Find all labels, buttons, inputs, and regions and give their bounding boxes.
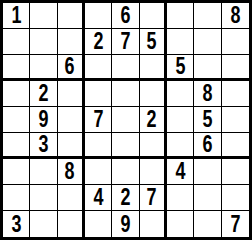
- cell-r8c1[interactable]: [3, 185, 30, 211]
- cell-r2c3[interactable]: [58, 29, 85, 55]
- cell-r2c2[interactable]: [30, 29, 57, 55]
- cell-r4c4[interactable]: [85, 81, 112, 107]
- cell-r8c8[interactable]: [194, 185, 221, 211]
- cell-r5c2[interactable]: 9: [30, 107, 57, 133]
- cell-r4c8[interactable]: 8: [194, 81, 221, 107]
- cell-r3c5[interactable]: [112, 55, 139, 81]
- given-digit: 5: [175, 55, 185, 78]
- cell-r8c6[interactable]: 7: [140, 185, 167, 211]
- given-digit: 3: [39, 133, 49, 156]
- cell-r1c8[interactable]: [194, 3, 221, 29]
- cell-r8c5[interactable]: 2: [112, 185, 139, 211]
- given-digit: 9: [39, 108, 49, 131]
- cell-r6c2[interactable]: 3: [30, 133, 57, 159]
- cell-r5c4[interactable]: 7: [85, 107, 112, 133]
- cell-r7c1[interactable]: [3, 159, 30, 185]
- cell-r9c4[interactable]: [85, 211, 112, 237]
- cell-r7c8[interactable]: [194, 159, 221, 185]
- cell-r7c7[interactable]: 4: [167, 159, 194, 185]
- given-digit: 7: [147, 186, 157, 209]
- cell-r9c7[interactable]: [167, 211, 194, 237]
- given-digit: 8: [230, 4, 240, 27]
- cell-r3c7[interactable]: 5: [167, 55, 194, 81]
- cell-r9c3[interactable]: [58, 211, 85, 237]
- cell-r4c2[interactable]: 2: [30, 81, 57, 107]
- cell-r8c7[interactable]: [167, 185, 194, 211]
- cell-r5c7[interactable]: [167, 107, 194, 133]
- given-digit: 7: [93, 108, 103, 131]
- cell-r2c9[interactable]: [222, 29, 249, 55]
- cell-r3c3[interactable]: 6: [58, 55, 85, 81]
- cell-r1c6[interactable]: [140, 3, 167, 29]
- given-digit: 6: [65, 55, 75, 78]
- cell-r7c5[interactable]: [112, 159, 139, 185]
- cell-r5c9[interactable]: [222, 107, 249, 133]
- cell-r6c4[interactable]: [85, 133, 112, 159]
- cell-r3c4[interactable]: [85, 55, 112, 81]
- cell-r9c8[interactable]: [194, 211, 221, 237]
- given-digit: 8: [203, 82, 213, 105]
- cell-r8c3[interactable]: [58, 185, 85, 211]
- cell-r9c9[interactable]: 7: [222, 211, 249, 237]
- cell-r1c3[interactable]: [58, 3, 85, 29]
- cell-r7c9[interactable]: [222, 159, 249, 185]
- cell-r4c1[interactable]: [3, 81, 30, 107]
- cell-r2c4[interactable]: 2: [85, 29, 112, 55]
- given-digit: 2: [147, 108, 157, 131]
- cell-r2c5[interactable]: 7: [112, 29, 139, 55]
- cell-r3c2[interactable]: [30, 55, 57, 81]
- given-digit: 3: [11, 213, 21, 236]
- cell-r6c9[interactable]: [222, 133, 249, 159]
- cell-r1c5[interactable]: 6: [112, 3, 139, 29]
- cell-r3c8[interactable]: [194, 55, 221, 81]
- cell-r1c2[interactable]: [30, 3, 57, 29]
- given-digit: 2: [93, 30, 103, 53]
- cell-r6c1[interactable]: [3, 133, 30, 159]
- given-digit: 5: [203, 108, 213, 131]
- given-digit: 7: [230, 213, 240, 236]
- cell-r6c5[interactable]: [112, 133, 139, 159]
- cell-r5c1[interactable]: [3, 107, 30, 133]
- cell-r4c9[interactable]: [222, 81, 249, 107]
- cell-r4c6[interactable]: [140, 81, 167, 107]
- cell-r7c4[interactable]: [85, 159, 112, 185]
- cell-r1c4[interactable]: [85, 3, 112, 29]
- given-digit: 7: [121, 30, 131, 53]
- sudoku-board: 168275652897253684427397: [0, 0, 252, 240]
- cell-r3c6[interactable]: [140, 55, 167, 81]
- cell-r2c6[interactable]: 5: [140, 29, 167, 55]
- cell-r3c9[interactable]: [222, 55, 249, 81]
- given-digit: 6: [121, 4, 131, 27]
- cell-r1c9[interactable]: 8: [222, 3, 249, 29]
- cell-r1c1[interactable]: 1: [3, 3, 30, 29]
- given-digit: 6: [203, 133, 213, 156]
- given-digit: 9: [121, 213, 131, 236]
- cell-r8c4[interactable]: 4: [85, 185, 112, 211]
- cell-r7c3[interactable]: 8: [58, 159, 85, 185]
- cell-r8c2[interactable]: [30, 185, 57, 211]
- cell-r4c7[interactable]: [167, 81, 194, 107]
- given-digit: 5: [147, 30, 157, 53]
- cell-r4c3[interactable]: [58, 81, 85, 107]
- cell-r9c2[interactable]: [30, 211, 57, 237]
- cell-r5c5[interactable]: [112, 107, 139, 133]
- given-digit: 4: [175, 160, 185, 183]
- given-digit: 4: [93, 186, 103, 209]
- cell-r7c6[interactable]: [140, 159, 167, 185]
- cell-r2c8[interactable]: [194, 29, 221, 55]
- cell-r8c9[interactable]: [222, 185, 249, 211]
- given-digit: 2: [121, 186, 131, 209]
- cell-r9c1[interactable]: 3: [3, 211, 30, 237]
- cell-r9c6[interactable]: [140, 211, 167, 237]
- cell-r9c5[interactable]: 9: [112, 211, 139, 237]
- cell-r5c8[interactable]: 5: [194, 107, 221, 133]
- cell-r5c3[interactable]: [58, 107, 85, 133]
- cell-r6c8[interactable]: 6: [194, 133, 221, 159]
- cell-r6c3[interactable]: [58, 133, 85, 159]
- given-digit: 2: [39, 82, 49, 105]
- cell-r6c7[interactable]: [167, 133, 194, 159]
- cell-r2c7[interactable]: [167, 29, 194, 55]
- cell-r1c7[interactable]: [167, 3, 194, 29]
- given-digit: 1: [11, 4, 21, 27]
- given-digit: 8: [65, 160, 75, 183]
- cell-r7c2[interactable]: [30, 159, 57, 185]
- cell-r2c1[interactable]: [3, 29, 30, 55]
- cell-r4c5[interactable]: [112, 81, 139, 107]
- cell-r5c6[interactable]: 2: [140, 107, 167, 133]
- cell-r6c6[interactable]: [140, 133, 167, 159]
- cell-r3c1[interactable]: [3, 55, 30, 81]
